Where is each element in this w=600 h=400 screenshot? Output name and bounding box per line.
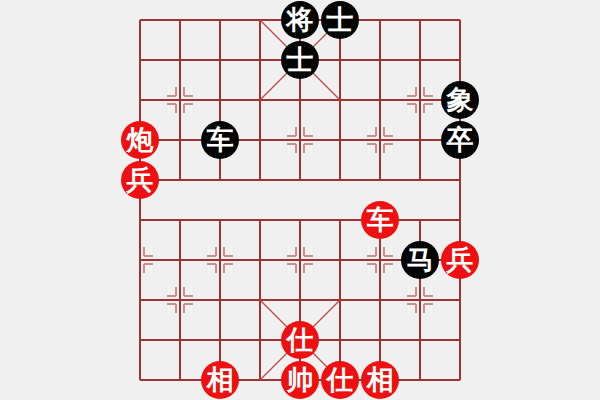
piece-black-elephant[interactable]: 象 [441,81,479,119]
piece-black-advisor[interactable]: 士 [321,1,359,39]
piece-black-advisor[interactable]: 士 [281,41,319,79]
piece-black-horse[interactable]: 马 [401,241,439,279]
piece-red-pawn[interactable]: 兵 [441,241,479,279]
xiangqi-board[interactable]: 将士士象炮车卒兵车马兵仕相帅仕相 [0,0,600,400]
piece-red-elephant[interactable]: 相 [361,361,399,399]
piece-red-chariot[interactable]: 车 [361,201,399,239]
piece-black-chariot[interactable]: 车 [201,121,239,159]
piece-red-advisor[interactable]: 仕 [281,321,319,359]
piece-red-pawn[interactable]: 兵 [121,161,159,199]
piece-layer: 将士士象炮车卒兵车马兵仕相帅仕相 [120,0,480,400]
piece-black-general[interactable]: 将 [281,1,319,39]
piece-red-advisor[interactable]: 仕 [321,361,359,399]
piece-red-elephant[interactable]: 相 [201,361,239,399]
piece-black-pawn[interactable]: 卒 [441,121,479,159]
piece-red-general[interactable]: 帅 [281,361,319,399]
piece-red-cannon[interactable]: 炮 [121,121,159,159]
